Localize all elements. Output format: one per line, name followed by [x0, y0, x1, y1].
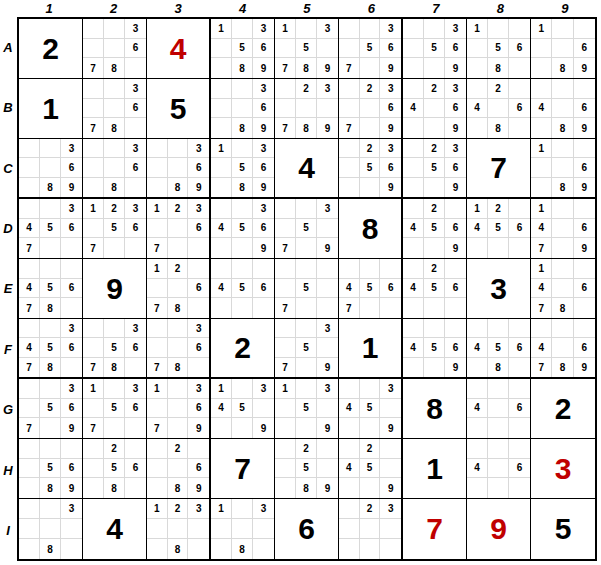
candidate-pos-4 [19, 158, 40, 177]
candidate-pos-3: 3 [188, 199, 209, 219]
candidate-pos-8: 8 [232, 539, 253, 559]
candidate-pos-4: 4 [403, 219, 424, 239]
cell-I6[interactable]: 23 [339, 499, 403, 559]
candidate-pos-2 [40, 259, 61, 279]
candidate-pos-2 [360, 19, 381, 39]
cell-D4[interactable]: 34569 [211, 199, 275, 259]
candidate-pos-1 [83, 439, 104, 459]
cell-F8[interactable]: 4568 [467, 319, 531, 379]
cell-C3[interactable]: 3689 [147, 139, 211, 199]
cell-B1[interactable]: 1 [19, 79, 83, 139]
candidate-pos-6: 6 [125, 39, 146, 59]
candidate-pos-9 [188, 298, 209, 318]
cell-B7[interactable]: 23469 [403, 79, 467, 139]
sudoku-board: 2367841356891357893567935691568168913678… [17, 17, 597, 561]
candidate-pos-9 [253, 298, 274, 318]
candidate-pos-8 [360, 478, 381, 498]
cell-E3[interactable]: 12678 [147, 259, 211, 319]
candidate-pos-7 [339, 478, 360, 498]
cell-E1[interactable]: 45678 [19, 259, 83, 319]
cell-G1[interactable]: 35679 [19, 379, 83, 439]
candidate-pos-4 [531, 39, 552, 59]
candidate-pos-3: 3 [253, 379, 274, 399]
col-label-8: 8 [468, 0, 532, 17]
candidate-pos-4: 4 [211, 399, 232, 419]
candidate-pos-2 [552, 259, 573, 279]
cell-E8[interactable]: 3 [467, 259, 531, 319]
cell-H2[interactable]: 2568 [83, 439, 147, 499]
cell-I4[interactable]: 138 [211, 499, 275, 559]
candidate-pos-8: 8 [104, 358, 125, 377]
cell-A3[interactable]: 4 [147, 19, 211, 79]
cell-C6[interactable]: 23569 [339, 139, 403, 199]
cell-B8[interactable]: 2468 [467, 79, 531, 139]
candidate-pos-2 [104, 319, 125, 338]
candidate-pos-5 [104, 158, 125, 177]
pencilmarks-D5: 3579 [275, 199, 338, 258]
cell-I7[interactable]: 7 [403, 499, 467, 559]
candidate-pos-6: 6 [574, 219, 595, 239]
candidate-pos-3: 3 [253, 139, 274, 158]
candidate-pos-4 [275, 99, 296, 119]
candidate-pos-8 [168, 418, 189, 438]
cell-G3[interactable]: 13679 [147, 379, 211, 439]
candidate-pos-3 [509, 379, 530, 399]
candidate-pos-2 [40, 139, 61, 158]
candidate-pos-3 [574, 139, 595, 158]
candidate-pos-7 [211, 118, 232, 138]
cell-C4[interactable]: 135689 [211, 139, 275, 199]
pencilmarks-H2: 2568 [83, 439, 146, 498]
candidate-pos-7 [531, 178, 552, 197]
candidate-pos-1 [275, 439, 296, 459]
solved-digit-A3: 4 [170, 34, 187, 64]
candidate-pos-7 [339, 539, 360, 559]
candidate-pos-9 [188, 238, 209, 258]
candidate-pos-7 [467, 58, 488, 78]
candidate-pos-3: 3 [125, 319, 146, 338]
candidate-pos-8: 8 [104, 58, 125, 78]
candidate-pos-7: 7 [275, 358, 296, 377]
candidate-pos-1 [19, 319, 40, 338]
candidate-pos-8 [296, 298, 317, 318]
pencilmarks-G1: 35679 [19, 379, 82, 438]
candidate-pos-1 [467, 379, 488, 399]
cell-G2[interactable]: 13567 [83, 379, 147, 439]
cell-H1[interactable]: 5689 [19, 439, 83, 499]
cell-E4[interactable]: 456 [211, 259, 275, 319]
cell-F5[interactable]: 3579 [275, 319, 339, 379]
candidate-pos-5 [168, 399, 189, 419]
cell-G8[interactable]: 46 [467, 379, 531, 439]
cell-E9[interactable]: 14678 [531, 259, 595, 319]
candidate-pos-6: 6 [574, 39, 595, 59]
cell-C9[interactable]: 1689 [531, 139, 595, 199]
candidate-pos-4 [403, 158, 424, 177]
candidate-pos-7 [403, 298, 424, 318]
candidate-pos-7 [211, 539, 232, 559]
candidate-pos-1 [19, 379, 40, 399]
cell-D5[interactable]: 3579 [275, 199, 339, 259]
candidate-pos-5: 5 [296, 399, 317, 419]
candidate-pos-8: 8 [40, 539, 61, 559]
candidate-pos-4 [19, 399, 40, 419]
candidate-pos-2 [104, 19, 125, 39]
candidate-pos-1 [339, 439, 360, 459]
candidate-pos-9 [61, 298, 82, 318]
candidate-pos-3: 3 [125, 199, 146, 219]
candidate-pos-4 [83, 459, 104, 479]
cell-B6[interactable]: 23679 [339, 79, 403, 139]
candidate-pos-3: 3 [317, 19, 338, 39]
cell-F6[interactable]: 1 [339, 319, 403, 379]
cell-A4[interactable]: 135689 [211, 19, 275, 79]
cell-B9[interactable]: 4689 [531, 79, 595, 139]
candidate-pos-3: 3 [188, 319, 209, 338]
candidate-pos-9: 9 [574, 58, 595, 78]
cell-H6[interactable]: 2459 [339, 439, 403, 499]
candidate-pos-3 [509, 19, 530, 39]
cell-H3[interactable]: 2689 [147, 439, 211, 499]
cell-A1[interactable]: 2 [19, 19, 83, 79]
candidate-pos-5: 5 [232, 39, 253, 59]
cell-D9[interactable]: 14679 [531, 199, 595, 259]
candidate-pos-7 [19, 539, 40, 559]
candidate-pos-2: 2 [168, 439, 189, 459]
candidate-pos-3: 3 [253, 199, 274, 219]
candidate-pos-1 [403, 19, 424, 39]
cell-A6[interactable]: 35679 [339, 19, 403, 79]
candidate-pos-2: 2 [360, 139, 381, 158]
cell-A8[interactable]: 1568 [467, 19, 531, 79]
sudoku-page: 123456789 ABCDEFGHI 23678413568913578935… [0, 0, 601, 565]
candidate-pos-3: 3 [445, 19, 466, 39]
candidate-pos-5: 5 [296, 459, 317, 479]
candidate-pos-1 [403, 259, 424, 279]
candidate-pos-4 [83, 338, 104, 357]
candidate-pos-4 [211, 519, 232, 539]
cell-H5[interactable]: 2589 [275, 439, 339, 499]
candidate-pos-4 [339, 158, 360, 177]
candidate-pos-2: 2 [488, 79, 509, 99]
candidate-pos-5 [360, 519, 381, 539]
given-digit-I2: 4 [106, 514, 123, 544]
cell-I1[interactable]: 38 [19, 499, 83, 559]
candidate-pos-3 [188, 439, 209, 459]
candidate-pos-8: 8 [296, 118, 317, 138]
cell-D6[interactable]: 8 [339, 199, 403, 259]
candidate-pos-8 [424, 178, 445, 197]
cell-I8[interactable]: 9 [467, 499, 531, 559]
candidate-pos-4: 4 [339, 459, 360, 479]
cell-D8[interactable]: 12456 [467, 199, 531, 259]
candidate-pos-6: 6 [188, 158, 209, 177]
candidate-pos-8: 8 [104, 118, 125, 138]
candidate-pos-7 [467, 418, 488, 438]
candidate-pos-5: 5 [40, 459, 61, 479]
pencilmarks-G5: 1359 [275, 379, 338, 438]
candidate-pos-4 [275, 459, 296, 479]
cell-G4[interactable]: 13459 [211, 379, 275, 439]
candidate-pos-9: 9 [253, 58, 274, 78]
cell-I2[interactable]: 4 [83, 499, 147, 559]
cell-H9[interactable]: 3 [531, 439, 595, 499]
cell-H7[interactable]: 1 [403, 439, 467, 499]
candidate-pos-5: 5 [232, 399, 253, 419]
candidate-pos-2 [232, 139, 253, 158]
cell-H8[interactable]: 46 [467, 439, 531, 499]
candidate-pos-1 [275, 199, 296, 219]
pencilmarks-I3: 1238 [147, 499, 209, 559]
candidate-pos-8: 8 [168, 539, 189, 559]
candidate-pos-4: 4 [339, 399, 360, 419]
candidate-pos-1 [211, 259, 232, 279]
candidate-pos-3: 3 [61, 379, 82, 399]
candidate-pos-7 [275, 418, 296, 438]
candidate-pos-7: 7 [339, 298, 360, 318]
candidate-pos-5 [232, 519, 253, 539]
candidate-pos-3 [253, 259, 274, 279]
candidate-pos-7: 7 [19, 298, 40, 318]
candidate-pos-7: 7 [531, 238, 552, 258]
candidate-pos-1: 1 [531, 199, 552, 219]
candidate-pos-7: 7 [147, 358, 168, 377]
candidate-pos-6: 6 [445, 99, 466, 119]
candidate-pos-5: 5 [488, 39, 509, 59]
pencilmarks-I1: 38 [19, 499, 82, 559]
candidate-pos-9: 9 [317, 238, 338, 258]
candidate-pos-1: 1 [531, 139, 552, 158]
candidate-pos-2 [232, 499, 253, 519]
cell-D3[interactable]: 12367 [147, 199, 211, 259]
candidate-pos-6: 6 [188, 459, 209, 479]
pencilmarks-B8: 2468 [467, 79, 530, 138]
candidate-pos-9: 9 [380, 478, 401, 498]
candidate-pos-6: 6 [188, 399, 209, 419]
candidate-pos-2 [232, 199, 253, 219]
candidate-pos-5 [424, 99, 445, 119]
cell-F1[interactable]: 345678 [19, 319, 83, 379]
candidate-pos-8: 8 [104, 178, 125, 197]
candidate-pos-1 [339, 379, 360, 399]
cell-D1[interactable]: 34567 [19, 199, 83, 259]
given-digit-F6: 1 [362, 333, 379, 363]
candidate-pos-4 [339, 99, 360, 119]
pencilmarks-D4: 34569 [211, 199, 274, 258]
candidate-pos-8 [488, 418, 509, 438]
candidate-pos-2 [296, 19, 317, 39]
pencilmarks-E4: 456 [211, 259, 274, 318]
candidate-pos-7 [147, 539, 168, 559]
candidate-pos-2 [552, 199, 573, 219]
row-label-B: B [0, 77, 16, 137]
cell-C2[interactable]: 368 [83, 139, 147, 199]
given-digit-H4: 7 [234, 454, 251, 484]
candidate-pos-9: 9 [188, 478, 209, 498]
candidate-pos-8: 8 [40, 178, 61, 197]
candidate-pos-8: 8 [40, 358, 61, 377]
candidate-pos-5 [552, 338, 573, 357]
candidate-pos-6: 6 [380, 99, 401, 119]
cell-C1[interactable]: 3689 [19, 139, 83, 199]
cell-C7[interactable]: 23569 [403, 139, 467, 199]
candidate-pos-2 [488, 319, 509, 338]
candidate-pos-1 [147, 319, 168, 338]
cell-G5[interactable]: 1359 [275, 379, 339, 439]
cell-A5[interactable]: 135789 [275, 19, 339, 79]
cell-F3[interactable]: 3678 [147, 319, 211, 379]
candidate-pos-8: 8 [552, 118, 573, 138]
candidate-pos-1: 1 [211, 19, 232, 39]
candidate-pos-8 [488, 478, 509, 498]
candidate-pos-1 [339, 19, 360, 39]
candidate-pos-9: 9 [380, 118, 401, 138]
candidate-pos-8 [104, 238, 125, 258]
candidate-pos-3: 3 [380, 139, 401, 158]
candidate-pos-5 [232, 99, 253, 119]
candidate-pos-4: 4 [467, 219, 488, 239]
candidate-pos-6: 6 [253, 39, 274, 59]
candidate-pos-6: 6 [509, 39, 530, 59]
given-digit-E8: 3 [490, 274, 507, 304]
pencilmarks-F7: 4569 [403, 319, 466, 377]
candidate-pos-3 [188, 259, 209, 279]
candidate-pos-5: 5 [488, 219, 509, 239]
candidate-pos-7 [211, 238, 232, 258]
cell-G9[interactable]: 2 [531, 379, 595, 439]
candidate-pos-8: 8 [168, 478, 189, 498]
cell-G7[interactable]: 8 [403, 379, 467, 439]
cell-B2[interactable]: 3678 [83, 79, 147, 139]
cell-H4[interactable]: 7 [211, 439, 275, 499]
candidate-pos-3: 3 [125, 139, 146, 158]
cell-I5[interactable]: 6 [275, 499, 339, 559]
candidate-pos-4 [147, 459, 168, 479]
given-digit-A1: 2 [42, 34, 59, 64]
candidate-pos-3: 3 [61, 139, 82, 158]
candidate-pos-1 [531, 79, 552, 99]
candidate-pos-7 [531, 58, 552, 78]
candidate-pos-3: 3 [253, 79, 274, 99]
candidate-pos-9 [125, 478, 146, 498]
candidate-pos-3: 3 [188, 499, 209, 519]
candidate-pos-8 [360, 298, 381, 318]
candidate-pos-9 [445, 298, 466, 318]
candidate-pos-4: 4 [19, 279, 40, 299]
candidate-pos-9 [125, 238, 146, 258]
candidate-pos-3 [61, 439, 82, 459]
candidate-pos-8: 8 [488, 118, 509, 138]
candidate-pos-5 [488, 459, 509, 479]
candidate-pos-2 [552, 19, 573, 39]
candidate-pos-2 [488, 19, 509, 39]
candidate-pos-5: 5 [104, 219, 125, 239]
pencilmarks-G2: 13567 [83, 379, 146, 438]
cell-F2[interactable]: 35678 [83, 319, 147, 379]
solved-digit-I7: 7 [426, 514, 443, 544]
pencilmarks-A9: 1689 [531, 19, 595, 78]
candidate-pos-6: 6 [125, 459, 146, 479]
candidate-pos-6: 6 [445, 279, 466, 299]
cell-D7[interactable]: 24569 [403, 199, 467, 259]
given-digit-G7: 8 [426, 394, 443, 424]
candidate-pos-7: 7 [275, 58, 296, 78]
row-label-E: E [0, 259, 16, 319]
candidate-pos-9: 9 [380, 178, 401, 197]
given-digit-B1: 1 [42, 94, 59, 124]
candidate-pos-7: 7 [19, 358, 40, 377]
cell-A2[interactable]: 3678 [83, 19, 147, 79]
candidate-pos-1: 1 [147, 259, 168, 279]
candidate-pos-3: 3 [61, 319, 82, 338]
pencilmarks-F5: 3579 [275, 319, 338, 377]
candidate-pos-5 [552, 39, 573, 59]
candidate-pos-5: 5 [296, 219, 317, 239]
candidate-pos-8 [488, 238, 509, 258]
candidate-pos-6: 6 [445, 39, 466, 59]
cell-F7[interactable]: 4569 [403, 319, 467, 379]
pencilmarks-D9: 14679 [531, 199, 595, 258]
cell-E7[interactable]: 2456 [403, 259, 467, 319]
candidate-pos-2 [168, 379, 189, 399]
cell-A7[interactable]: 3569 [403, 19, 467, 79]
candidate-pos-2: 2 [296, 79, 317, 99]
given-digit-F4: 2 [234, 333, 251, 363]
candidate-pos-9 [509, 418, 530, 438]
candidate-pos-8 [232, 418, 253, 438]
cell-I9[interactable]: 5 [531, 499, 595, 559]
candidate-pos-7 [211, 298, 232, 318]
cell-D2[interactable]: 123567 [83, 199, 147, 259]
candidate-pos-3 [445, 259, 466, 279]
candidate-pos-2 [296, 319, 317, 338]
candidate-pos-9 [509, 358, 530, 377]
cell-B4[interactable]: 3689 [211, 79, 275, 139]
cell-B3[interactable]: 5 [147, 79, 211, 139]
candidate-pos-9 [61, 539, 82, 559]
cell-B5[interactable]: 23789 [275, 79, 339, 139]
candidate-pos-7 [147, 478, 168, 498]
candidate-pos-6: 6 [574, 158, 595, 177]
pencilmarks-H1: 5689 [19, 439, 82, 498]
cell-C8[interactable]: 7 [467, 139, 531, 199]
candidate-pos-8 [104, 418, 125, 438]
candidate-pos-6: 6 [509, 338, 530, 357]
candidate-pos-6: 6 [253, 158, 274, 177]
cell-A9[interactable]: 1689 [531, 19, 595, 79]
candidate-pos-7 [211, 418, 232, 438]
candidate-pos-7: 7 [531, 298, 552, 318]
pencilmarks-D2: 123567 [83, 199, 146, 258]
cell-E5[interactable]: 57 [275, 259, 339, 319]
candidate-pos-6: 6 [125, 158, 146, 177]
candidate-pos-7: 7 [83, 238, 104, 258]
candidate-pos-3: 3 [125, 379, 146, 399]
cell-I3[interactable]: 1238 [147, 499, 211, 559]
candidate-pos-7 [83, 178, 104, 197]
cell-G6[interactable]: 3459 [339, 379, 403, 439]
candidate-pos-2: 2 [424, 199, 445, 219]
candidate-pos-9 [317, 298, 338, 318]
cell-F4[interactable]: 2 [211, 319, 275, 379]
candidate-pos-6: 6 [125, 338, 146, 357]
cell-E2[interactable]: 9 [83, 259, 147, 319]
cell-F9[interactable]: 46789 [531, 319, 595, 379]
cell-C5[interactable]: 4 [275, 139, 339, 199]
candidate-pos-8: 8 [552, 58, 573, 78]
cell-E6[interactable]: 4567 [339, 259, 403, 319]
pencilmarks-E6: 4567 [339, 259, 401, 318]
